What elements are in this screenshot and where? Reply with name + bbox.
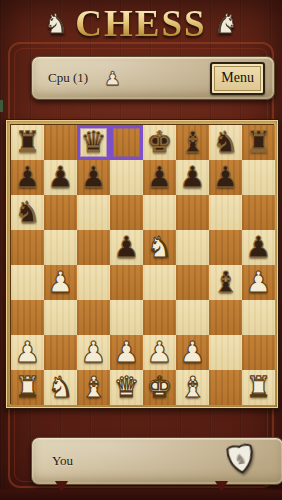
black-pawn-g7[interactable]: ♟ (213, 160, 239, 195)
square-g6[interactable] (209, 195, 242, 230)
square-h7[interactable] (242, 160, 275, 195)
chess-app-screen: ♞ CHESS ♞ Cpu (1) ♟ Menu ♜♛♚♝♞♜♟♟♟♟♟♟♞♟♞… (0, 0, 282, 500)
square-f5[interactable] (176, 230, 209, 265)
square-h2[interactable] (242, 335, 275, 370)
square-d7[interactable] (110, 160, 143, 195)
square-c1[interactable]: ♝ (77, 370, 110, 405)
black-pawn-h5[interactable]: ♟ (246, 230, 272, 265)
opponent-label: Cpu (1) (48, 70, 88, 86)
background-artifact (0, 100, 3, 112)
black-pawn-d5[interactable]: ♟ (114, 230, 140, 265)
black-queen-c8[interactable]: ♛ (81, 125, 107, 160)
square-b1[interactable]: ♞ (44, 370, 77, 405)
square-f6[interactable] (176, 195, 209, 230)
square-a5[interactable] (11, 230, 44, 265)
shield-knight-icon: ♞ (225, 442, 258, 481)
frame-peg (55, 481, 68, 492)
square-f4[interactable] (176, 265, 209, 300)
square-c2[interactable]: ♟ (77, 335, 110, 370)
square-b7[interactable]: ♟ (44, 160, 77, 195)
square-b6[interactable] (44, 195, 77, 230)
square-e6[interactable] (143, 195, 176, 230)
square-c3[interactable] (77, 300, 110, 335)
black-knight-a6[interactable]: ♞ (15, 195, 41, 230)
square-e8[interactable]: ♚ (143, 125, 176, 160)
square-c4[interactable] (77, 265, 110, 300)
square-a6[interactable]: ♞ (11, 195, 44, 230)
white-knight-b1[interactable]: ♞ (48, 370, 74, 405)
white-pawn-a2[interactable]: ♟ (15, 335, 41, 370)
square-e4[interactable] (143, 265, 176, 300)
black-bishop-g4[interactable]: ♝ (213, 265, 239, 300)
square-b8[interactable] (44, 125, 77, 160)
square-d2[interactable]: ♟ (110, 335, 143, 370)
square-h5[interactable]: ♟ (242, 230, 275, 265)
square-e3[interactable] (143, 300, 176, 335)
white-pawn-b4[interactable]: ♟ (48, 265, 74, 300)
square-a1[interactable]: ♜ (11, 370, 44, 405)
square-g1[interactable] (209, 370, 242, 405)
svg-text:♞: ♞ (233, 450, 248, 468)
frame-peg (215, 481, 228, 492)
square-a7[interactable]: ♟ (11, 160, 44, 195)
white-pawn-e2[interactable]: ♟ (147, 335, 173, 370)
white-pawn-f2[interactable]: ♟ (180, 335, 206, 370)
white-knight-e5[interactable]: ♞ (147, 230, 173, 265)
player-bar: You ♞ (31, 437, 282, 485)
square-b2[interactable] (44, 335, 77, 370)
player-label: You (52, 453, 73, 469)
opponent-bar: Cpu (1) ♟ Menu (31, 56, 275, 100)
square-e2[interactable]: ♟ (143, 335, 176, 370)
white-king-e1[interactable]: ♚ (147, 370, 173, 405)
knight-icon: ♞ (44, 2, 68, 46)
pawn-icon: ♟ (104, 69, 121, 88)
square-f7[interactable]: ♟ (176, 160, 209, 195)
square-d5[interactable]: ♟ (110, 230, 143, 265)
square-d1[interactable]: ♛ (110, 370, 143, 405)
board-frame: ♜♛♚♝♞♜♟♟♟♟♟♟♞♟♞♟♟♝♟♟♟♟♟♟♜♞♝♛♚♝♜ (5, 119, 279, 409)
square-e1[interactable]: ♚ (143, 370, 176, 405)
square-d4[interactable] (110, 265, 143, 300)
square-b4[interactable]: ♟ (44, 265, 77, 300)
black-rook-a8[interactable]: ♜ (15, 125, 41, 160)
square-b3[interactable] (44, 300, 77, 335)
black-knight-g8[interactable]: ♞ (213, 125, 239, 160)
square-g2[interactable] (209, 335, 242, 370)
menu-button[interactable]: Menu (210, 62, 265, 95)
black-pawn-b7[interactable]: ♟ (48, 160, 74, 195)
square-h4[interactable]: ♟ (242, 265, 275, 300)
square-e7[interactable]: ♟ (143, 160, 176, 195)
chess-board[interactable]: ♜♛♚♝♞♜♟♟♟♟♟♟♞♟♞♟♟♝♟♟♟♟♟♟♜♞♝♛♚♝♜ (10, 124, 274, 404)
square-h3[interactable] (242, 300, 275, 335)
square-g4[interactable]: ♝ (209, 265, 242, 300)
white-rook-h1[interactable]: ♜ (246, 370, 272, 405)
black-pawn-e7[interactable]: ♟ (147, 160, 173, 195)
square-a4[interactable] (11, 265, 44, 300)
white-pawn-h4[interactable]: ♟ (246, 265, 272, 300)
square-f8[interactable]: ♝ (176, 125, 209, 160)
square-d3[interactable] (110, 300, 143, 335)
bottom-edge (0, 490, 282, 500)
square-c5[interactable] (77, 230, 110, 265)
square-d8[interactable] (110, 125, 143, 160)
app-title: CHESS (75, 2, 206, 46)
square-a8[interactable]: ♜ (11, 125, 44, 160)
square-c6[interactable] (77, 195, 110, 230)
white-pawn-c2[interactable]: ♟ (81, 335, 107, 370)
white-queen-d1[interactable]: ♛ (114, 370, 140, 405)
square-h1[interactable]: ♜ (242, 370, 275, 405)
square-f2[interactable]: ♟ (176, 335, 209, 370)
black-king-e8[interactable]: ♚ (147, 125, 173, 160)
square-h8[interactable]: ♜ (242, 125, 275, 160)
square-g8[interactable]: ♞ (209, 125, 242, 160)
square-c7[interactable]: ♟ (77, 160, 110, 195)
white-rook-a1[interactable]: ♜ (15, 370, 41, 405)
square-f3[interactable] (176, 300, 209, 335)
square-a2[interactable]: ♟ (11, 335, 44, 370)
white-pawn-d2[interactable]: ♟ (114, 335, 140, 370)
square-e5[interactable]: ♞ (143, 230, 176, 265)
white-bishop-c1[interactable]: ♝ (81, 370, 107, 405)
black-pawn-f7[interactable]: ♟ (180, 160, 206, 195)
black-rook-h8[interactable]: ♜ (246, 125, 272, 160)
square-a3[interactable] (11, 300, 44, 335)
square-g3[interactable] (209, 300, 242, 335)
knight-icon: ♞ (214, 2, 238, 46)
square-g7[interactable]: ♟ (209, 160, 242, 195)
square-g5[interactable] (209, 230, 242, 265)
white-bishop-f1[interactable]: ♝ (180, 370, 206, 405)
square-c8[interactable]: ♛ (77, 125, 110, 160)
square-h6[interactable] (242, 195, 275, 230)
black-pawn-a7[interactable]: ♟ (15, 160, 41, 195)
square-d6[interactable] (110, 195, 143, 230)
square-b5[interactable] (44, 230, 77, 265)
black-bishop-f8[interactable]: ♝ (180, 125, 206, 160)
app-header: ♞ CHESS ♞ (0, 0, 282, 48)
black-pawn-c7[interactable]: ♟ (81, 160, 107, 195)
square-f1[interactable]: ♝ (176, 370, 209, 405)
